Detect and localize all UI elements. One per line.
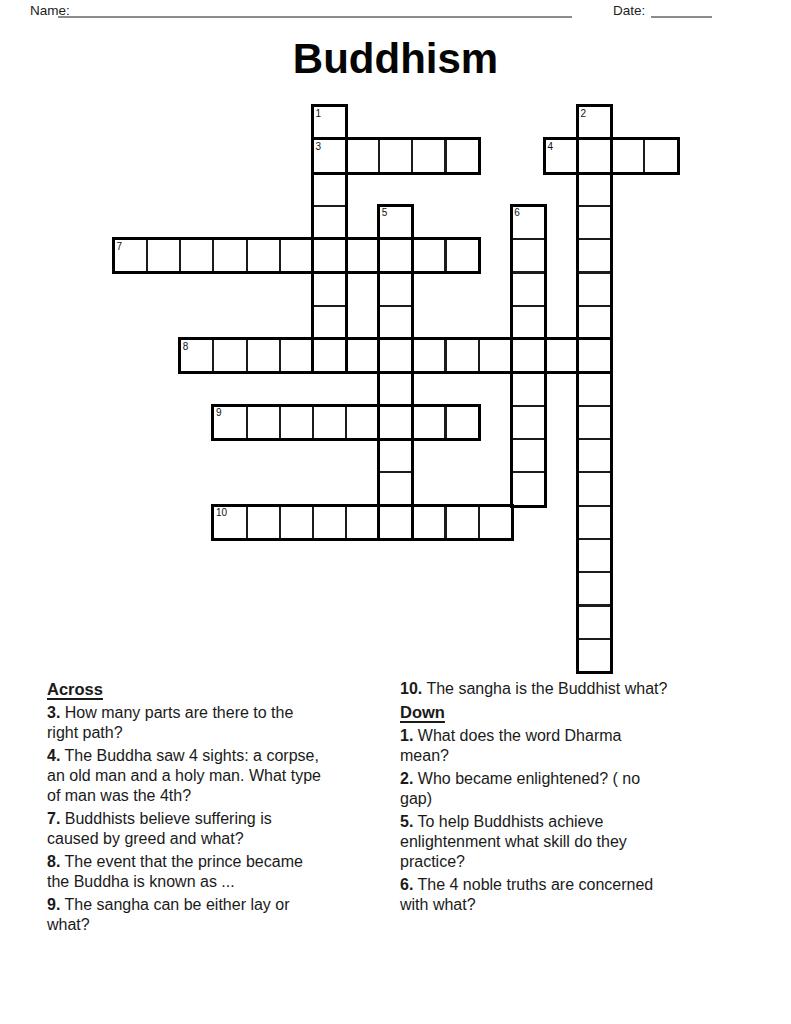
grid-cell[interactable] bbox=[411, 238, 446, 273]
grid-cell[interactable] bbox=[312, 405, 347, 440]
clue-number: 3 bbox=[315, 142, 321, 152]
clue-number: 6 bbox=[514, 208, 520, 218]
grid-cell[interactable] bbox=[246, 405, 281, 440]
grid-cell[interactable] bbox=[345, 238, 380, 273]
page-title: Buddhism bbox=[0, 34, 791, 84]
clue-number-label: 6. bbox=[400, 876, 413, 893]
clue-down-2: 2. Who became enlightened? ( nogap) bbox=[400, 769, 732, 809]
grid-cell[interactable] bbox=[411, 138, 446, 173]
grid-cell[interactable] bbox=[378, 238, 413, 273]
grid-cell[interactable] bbox=[345, 138, 380, 173]
clue-across-9: 9. The sangha can be either lay orwhat? bbox=[47, 895, 393, 935]
grid-cell[interactable] bbox=[445, 405, 480, 440]
grid-cell[interactable] bbox=[212, 338, 247, 373]
grid-cell[interactable] bbox=[577, 438, 612, 473]
down-header: Down bbox=[400, 702, 732, 722]
clue-number: 2 bbox=[581, 109, 587, 119]
clue-number: 7 bbox=[117, 242, 123, 252]
grid-cell[interactable] bbox=[577, 538, 612, 573]
grid-cell[interactable] bbox=[511, 405, 546, 440]
clue-number: 9 bbox=[216, 408, 222, 418]
grid-cell[interactable] bbox=[312, 305, 347, 340]
grid-cell[interactable] bbox=[279, 338, 314, 373]
grid-cell[interactable] bbox=[246, 338, 281, 373]
grid-cell[interactable] bbox=[411, 505, 446, 540]
across-clues-column: Across3. How many parts are there to the… bbox=[47, 679, 393, 938]
grid-cell[interactable] bbox=[577, 405, 612, 440]
grid-cell[interactable] bbox=[577, 571, 612, 606]
clue-number-label: 2. bbox=[400, 770, 413, 787]
grid-cell[interactable] bbox=[312, 172, 347, 207]
grid-cell[interactable] bbox=[378, 338, 413, 373]
grid-cell[interactable] bbox=[511, 471, 546, 506]
clue-number-label: 5. bbox=[400, 813, 413, 830]
grid-cell[interactable] bbox=[445, 238, 480, 273]
crossword-grid: 12345678910 bbox=[113, 105, 679, 673]
clue-down-1: 1. What does the word Dharmamean? bbox=[400, 726, 732, 766]
grid-cell[interactable] bbox=[246, 238, 281, 273]
grid-cell[interactable] bbox=[511, 371, 546, 406]
grid-cell[interactable] bbox=[577, 238, 612, 273]
grid-cell[interactable] bbox=[577, 605, 612, 640]
grid-cell[interactable] bbox=[312, 238, 347, 273]
clue-number: 1 bbox=[315, 109, 321, 119]
worksheet-page: Name: Date: Buddhism 12345678910 Across3… bbox=[0, 0, 791, 1024]
clue-across-3: 3. How many parts are there to theright … bbox=[47, 703, 393, 743]
grid-cell[interactable] bbox=[345, 505, 380, 540]
grid-cell[interactable] bbox=[378, 438, 413, 473]
clue-number-label: 9. bbox=[47, 896, 60, 913]
clue-number-label: 4. bbox=[47, 747, 60, 764]
grid-cell[interactable] bbox=[312, 205, 347, 240]
grid-cell[interactable] bbox=[411, 405, 446, 440]
grid-cell[interactable] bbox=[378, 371, 413, 406]
grid-cell[interactable] bbox=[610, 138, 645, 173]
grid-cell[interactable] bbox=[345, 405, 380, 440]
grid-cell[interactable] bbox=[577, 305, 612, 340]
grid-cell[interactable] bbox=[544, 338, 579, 373]
grid-cell[interactable] bbox=[378, 138, 413, 173]
down-clues-column: 10. The sangha is the Buddhist what?Down… bbox=[400, 679, 732, 918]
grid-cell[interactable] bbox=[212, 238, 247, 273]
grid-cell[interactable] bbox=[378, 272, 413, 307]
grid-cell[interactable] bbox=[577, 471, 612, 506]
grid-cell[interactable] bbox=[577, 272, 612, 307]
clue-number: 8 bbox=[183, 342, 189, 352]
clue-number-label: 3. bbox=[47, 704, 60, 721]
grid-cell[interactable] bbox=[411, 338, 446, 373]
grid-cell[interactable] bbox=[345, 338, 380, 373]
clue-down-6: 6. The 4 noble truths are concernedwith … bbox=[400, 875, 732, 915]
grid-cell[interactable] bbox=[577, 638, 612, 673]
grid-cell[interactable] bbox=[511, 438, 546, 473]
grid-cell[interactable] bbox=[643, 138, 678, 173]
grid-cell[interactable] bbox=[146, 238, 181, 273]
grid-cell[interactable] bbox=[577, 371, 612, 406]
grid-cell[interactable] bbox=[511, 238, 546, 273]
clue-number-label: 7. bbox=[47, 810, 60, 827]
clue-across-4: 4. The Buddha saw 4 sights: a corpse,an … bbox=[47, 746, 393, 805]
clue-across-7: 7. Buddhists believe suffering iscaused … bbox=[47, 809, 393, 849]
grid-cell[interactable] bbox=[378, 505, 413, 540]
grid-cell[interactable] bbox=[312, 272, 347, 307]
grid-cell[interactable] bbox=[279, 238, 314, 273]
grid-cell[interactable] bbox=[279, 505, 314, 540]
grid-cell[interactable] bbox=[378, 305, 413, 340]
grid-cell[interactable] bbox=[511, 305, 546, 340]
grid-cell[interactable] bbox=[478, 338, 513, 373]
clue-across-10: 10. The sangha is the Buddhist what? bbox=[400, 679, 732, 699]
grid-cell[interactable] bbox=[577, 338, 612, 373]
clue-number-label: 10. bbox=[400, 680, 422, 697]
grid-cell[interactable] bbox=[279, 405, 314, 440]
grid-cell[interactable] bbox=[445, 505, 480, 540]
clue-number-label: 8. bbox=[47, 853, 60, 870]
grid-cell[interactable] bbox=[179, 238, 214, 273]
clue-number: 5 bbox=[382, 208, 388, 218]
grid-cell[interactable] bbox=[246, 505, 281, 540]
grid-cell[interactable] bbox=[577, 205, 612, 240]
grid-cell[interactable] bbox=[378, 405, 413, 440]
grid-cell[interactable] bbox=[577, 172, 612, 207]
clue-number: 4 bbox=[547, 142, 553, 152]
clue-number-label: 1. bbox=[400, 727, 413, 744]
grid-cell[interactable] bbox=[445, 138, 480, 173]
clue-number: 10 bbox=[216, 508, 227, 518]
clue-down-5: 5. To help Buddhists achieveenlightenmen… bbox=[400, 812, 732, 871]
grid-cell[interactable] bbox=[511, 272, 546, 307]
grid-cell[interactable] bbox=[577, 505, 612, 540]
across-header: Across bbox=[47, 679, 393, 699]
date-label: Date: bbox=[613, 3, 645, 18]
clue-across-8: 8. The event that the prince becamethe B… bbox=[47, 852, 393, 892]
grid-cell[interactable] bbox=[577, 138, 612, 173]
date-fill-line bbox=[651, 1, 712, 18]
grid-cell[interactable] bbox=[511, 338, 546, 373]
grid-cell[interactable] bbox=[312, 505, 347, 540]
grid-cell[interactable] bbox=[312, 338, 347, 373]
name-fill-line bbox=[58, 1, 572, 18]
grid-cell[interactable] bbox=[378, 471, 413, 506]
grid-cell[interactable] bbox=[445, 338, 480, 373]
grid-cell[interactable] bbox=[478, 505, 513, 540]
